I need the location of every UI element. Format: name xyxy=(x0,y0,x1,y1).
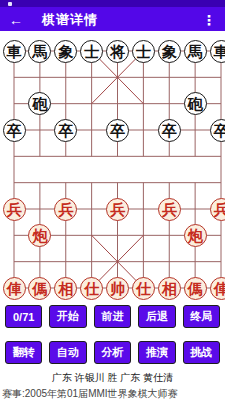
app-bar: ← 棋谱详情 ⋮ xyxy=(0,7,225,32)
game-result-text: 广东 许银川 胜 广东 黄仕清 xyxy=(0,371,225,385)
move-counter-button[interactable]: 0/71 xyxy=(5,305,42,328)
control-row-2: 翻转 自动 分析 推演 挑战 xyxy=(5,341,220,364)
piece-red[interactable]: 相 xyxy=(158,277,181,300)
piece-black[interactable]: 将 xyxy=(106,40,129,63)
piece-red[interactable]: 兵 xyxy=(158,198,181,221)
piece-red[interactable]: 兵 xyxy=(3,198,26,221)
event-name-text: 赛事:2005年第01届MMI世界象棋大师赛 xyxy=(2,387,178,400)
piece-black[interactable]: 卒 xyxy=(106,119,129,142)
piece-black[interactable]: 卒 xyxy=(3,119,26,142)
simulate-button[interactable]: 推演 xyxy=(138,341,175,364)
piece-red[interactable]: 傌 xyxy=(28,277,51,300)
piece-black[interactable]: 卒 xyxy=(54,119,77,142)
piece-black[interactable]: 砲 xyxy=(184,92,207,115)
piece-red[interactable]: 炮 xyxy=(184,224,207,247)
piece-black[interactable]: 象 xyxy=(158,40,181,63)
xiangqi-board[interactable]: 車馬象士将士象馬車砲砲卒卒卒卒卒兵兵兵兵兵炮炮俥傌相仕帅仕相傌俥 xyxy=(0,31,225,301)
piece-red[interactable]: 兵 xyxy=(106,198,129,221)
start-button[interactable]: 开始 xyxy=(49,305,86,328)
endgame-button[interactable]: 终局 xyxy=(183,305,220,328)
challenge-button[interactable]: 挑战 xyxy=(183,341,220,364)
piece-black[interactable]: 馬 xyxy=(184,40,207,63)
piece-black[interactable]: 車 xyxy=(3,40,26,63)
back-arrow-icon[interactable]: ← xyxy=(9,13,23,27)
page-title: 棋谱详情 xyxy=(42,11,98,29)
forward-button[interactable]: 前进 xyxy=(94,305,131,328)
piece-red[interactable]: 帅 xyxy=(106,277,129,300)
flip-button[interactable]: 翻转 xyxy=(5,341,42,364)
status-bar xyxy=(0,0,225,7)
piece-black[interactable]: 卒 xyxy=(158,119,181,142)
auto-button[interactable]: 自动 xyxy=(49,341,86,364)
analyze-button[interactable]: 分析 xyxy=(94,341,131,364)
piece-red[interactable]: 傌 xyxy=(184,277,207,300)
piece-red[interactable]: 兵 xyxy=(54,198,77,221)
piece-black[interactable]: 馬 xyxy=(28,40,51,63)
overflow-menu-icon[interactable]: ⋮ xyxy=(202,13,216,27)
notification-icon xyxy=(8,2,12,6)
piece-red[interactable]: 仕 xyxy=(80,277,103,300)
board-grid xyxy=(0,31,225,301)
piece-black[interactable]: 士 xyxy=(80,40,103,63)
piece-red[interactable]: 相 xyxy=(54,277,77,300)
piece-black[interactable]: 象 xyxy=(54,40,77,63)
control-row-1: 0/71 开始 前进 后退 终局 xyxy=(5,305,220,328)
piece-red[interactable]: 仕 xyxy=(132,277,155,300)
app-screen: ← 棋谱详情 ⋮ 車馬象士将士象馬車砲砲卒卒卒卒卒兵兵兵兵兵炮炮俥傌相仕帅仕相傌… xyxy=(0,0,225,400)
piece-red[interactable]: 俥 xyxy=(3,277,26,300)
backward-button[interactable]: 后退 xyxy=(138,305,175,328)
piece-black[interactable]: 士 xyxy=(132,40,155,63)
